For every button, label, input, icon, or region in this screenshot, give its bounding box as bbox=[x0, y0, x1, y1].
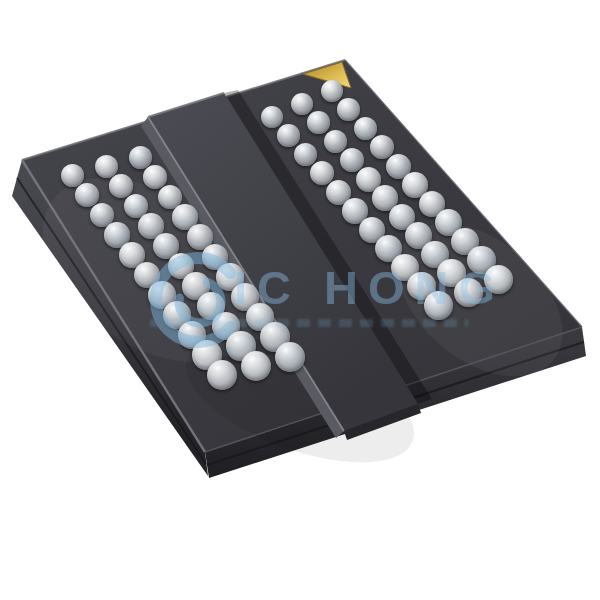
bga-chip bbox=[0, 0, 600, 600]
photo-stage: IC HONG bbox=[0, 0, 600, 600]
